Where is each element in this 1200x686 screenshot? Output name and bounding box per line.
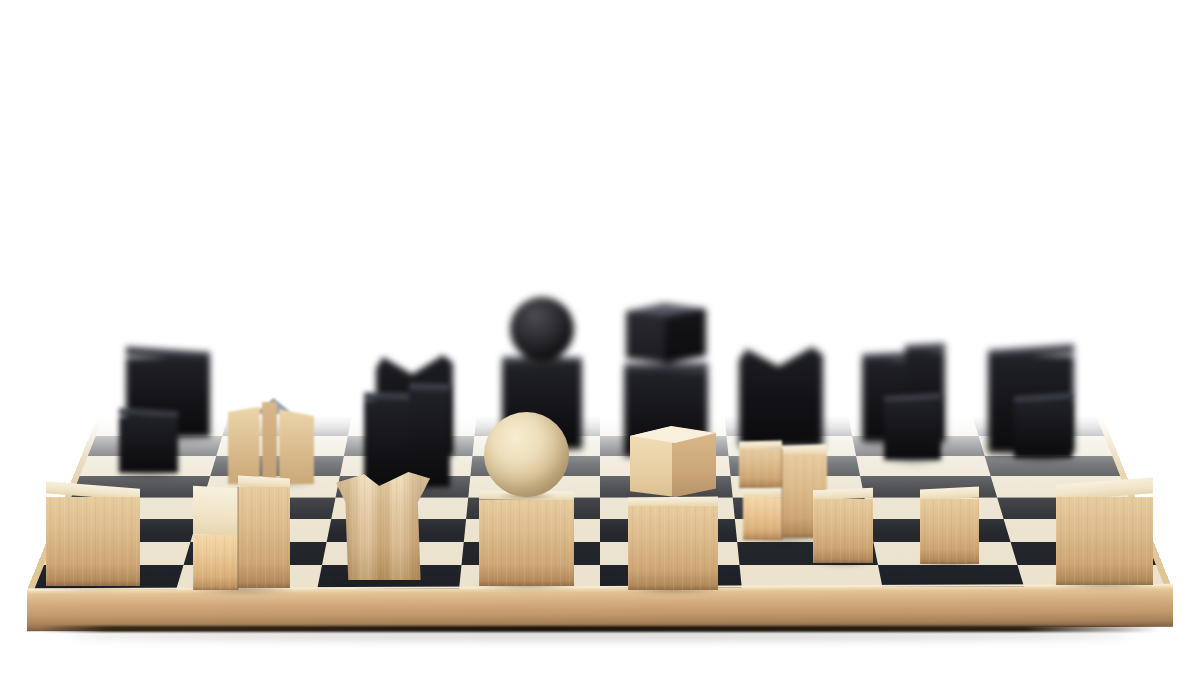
black-pawn-g6[interactable] [884,395,941,460]
black-bishop-f7[interactable] [739,346,823,447]
white-queen-d1[interactable] [479,412,574,586]
white-king-e1[interactable] [628,426,718,590]
white-pawn-f2[interactable] [813,489,873,563]
white-knight-b1[interactable] [193,477,290,590]
white-rook-h1[interactable] [1056,481,1153,585]
white-pawn-g2[interactable] [920,488,979,564]
white-bishop-b5[interactable] [228,398,314,484]
black-pawn-h6[interactable] [1014,395,1072,458]
board-base-shadow-line [40,626,1160,632]
photo-stage [0,0,1200,686]
white-rook-a1[interactable] [46,485,140,586]
white-bishop-c1[interactable] [336,472,430,580]
black-pawn-a6[interactable] [119,410,178,473]
board-ground-shadow [70,631,1130,640]
